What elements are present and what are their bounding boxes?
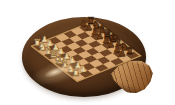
- chess-set-photo: ♜♞♝♛♚♝♞♜♟♟♟♟♟♟♟♟♟♟♟♟♟♟♟♟♜♞♝♛♚♝♞♜: [0, 0, 175, 105]
